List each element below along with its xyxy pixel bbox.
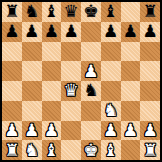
square-c8[interactable]: ♝ (42, 2, 62, 22)
black-king-icon[interactable]: ♚ (83, 2, 98, 21)
square-f5[interactable] (101, 61, 121, 81)
square-c7[interactable]: ♟ (42, 22, 62, 42)
square-h2[interactable]: ♟ (140, 121, 160, 141)
white-pawn-icon[interactable]: ♟ (143, 121, 158, 140)
square-h1[interactable]: ♜ (140, 140, 160, 160)
square-c1[interactable]: ♝ (42, 140, 62, 160)
white-pawn-icon[interactable]: ♟ (123, 121, 138, 140)
black-pawn-icon[interactable]: ♟ (64, 22, 79, 41)
square-c6[interactable] (42, 42, 62, 62)
square-b4[interactable] (22, 81, 42, 101)
square-b7[interactable]: ♟ (22, 22, 42, 42)
black-rook-icon[interactable]: ♜ (143, 2, 158, 21)
white-rook-icon[interactable]: ♜ (4, 141, 19, 160)
black-pawn-icon[interactable]: ♟ (143, 22, 158, 41)
black-bishop-icon[interactable]: ♝ (44, 2, 59, 21)
square-f8[interactable]: ♝ (101, 2, 121, 22)
square-d8[interactable]: ♛ (61, 2, 81, 22)
square-d3[interactable] (61, 101, 81, 121)
square-f1[interactable]: ♝ (101, 140, 121, 160)
black-queen-icon[interactable]: ♛ (64, 2, 79, 21)
square-b2[interactable]: ♟ (22, 121, 42, 141)
square-a5[interactable] (2, 61, 22, 81)
white-pawn-icon[interactable]: ♟ (24, 121, 39, 140)
white-pawn-icon[interactable]: ♟ (44, 121, 59, 140)
square-h8[interactable]: ♜ (140, 2, 160, 22)
square-g3[interactable] (121, 101, 141, 121)
square-e5[interactable]: ♟ (81, 61, 101, 81)
white-queen-icon[interactable]: ♛ (64, 81, 79, 100)
square-d7[interactable]: ♟ (61, 22, 81, 42)
square-h3[interactable] (140, 101, 160, 121)
square-f6[interactable] (101, 42, 121, 62)
square-f4[interactable] (101, 81, 121, 101)
square-b6[interactable] (22, 42, 42, 62)
square-e1[interactable]: ♚ (81, 140, 101, 160)
chess-board: ♜♞♝♛♚♝♜♟♟♟♟♟♟♟♟♛♞♞♟♟♟♟♟♟♜♞♝♚♝♜ (0, 0, 162, 162)
square-g6[interactable] (121, 42, 141, 62)
white-pawn-icon[interactable]: ♟ (83, 62, 98, 81)
square-a3[interactable] (2, 101, 22, 121)
square-g4[interactable] (121, 81, 141, 101)
black-knight-icon[interactable]: ♞ (24, 2, 39, 21)
square-d6[interactable] (61, 42, 81, 62)
white-king-icon[interactable]: ♚ (83, 141, 98, 160)
black-pawn-icon[interactable]: ♟ (123, 22, 138, 41)
square-h5[interactable] (140, 61, 160, 81)
square-b5[interactable] (22, 61, 42, 81)
square-c4[interactable] (42, 81, 62, 101)
square-g5[interactable] (121, 61, 141, 81)
square-e3[interactable] (81, 101, 101, 121)
square-g1[interactable] (121, 140, 141, 160)
square-b1[interactable]: ♞ (22, 140, 42, 160)
square-c2[interactable]: ♟ (42, 121, 62, 141)
black-knight-icon[interactable]: ♞ (83, 81, 98, 100)
square-e2[interactable] (81, 121, 101, 141)
square-a4[interactable] (2, 81, 22, 101)
square-d5[interactable] (61, 61, 81, 81)
square-a1[interactable]: ♜ (2, 140, 22, 160)
white-knight-icon[interactable]: ♞ (103, 101, 118, 120)
square-f7[interactable]: ♟ (101, 22, 121, 42)
black-pawn-icon[interactable]: ♟ (24, 22, 39, 41)
square-a6[interactable] (2, 42, 22, 62)
square-d4[interactable]: ♛ (61, 81, 81, 101)
black-pawn-icon[interactable]: ♟ (44, 22, 59, 41)
black-bishop-icon[interactable]: ♝ (103, 2, 118, 21)
square-g8[interactable] (121, 2, 141, 22)
square-b8[interactable]: ♞ (22, 2, 42, 22)
square-d1[interactable] (61, 140, 81, 160)
square-d2[interactable] (61, 121, 81, 141)
white-rook-icon[interactable]: ♜ (143, 141, 158, 160)
black-rook-icon[interactable]: ♜ (4, 2, 19, 21)
square-a2[interactable]: ♟ (2, 121, 22, 141)
square-e4[interactable]: ♞ (81, 81, 101, 101)
square-h4[interactable] (140, 81, 160, 101)
square-g7[interactable]: ♟ (121, 22, 141, 42)
white-bishop-icon[interactable]: ♝ (103, 141, 118, 160)
black-pawn-icon[interactable]: ♟ (4, 22, 19, 41)
square-a7[interactable]: ♟ (2, 22, 22, 42)
square-b3[interactable] (22, 101, 42, 121)
square-e8[interactable]: ♚ (81, 2, 101, 22)
square-c3[interactable] (42, 101, 62, 121)
square-h6[interactable] (140, 42, 160, 62)
square-e6[interactable] (81, 42, 101, 62)
white-bishop-icon[interactable]: ♝ (44, 141, 59, 160)
square-f2[interactable]: ♟ (101, 121, 121, 141)
white-pawn-icon[interactable]: ♟ (4, 121, 19, 140)
square-h7[interactable]: ♟ (140, 22, 160, 42)
square-e7[interactable] (81, 22, 101, 42)
square-f3[interactable]: ♞ (101, 101, 121, 121)
square-a8[interactable]: ♜ (2, 2, 22, 22)
square-c5[interactable] (42, 61, 62, 81)
black-pawn-icon[interactable]: ♟ (103, 22, 118, 41)
white-knight-icon[interactable]: ♞ (24, 141, 39, 160)
white-pawn-icon[interactable]: ♟ (103, 121, 118, 140)
square-g2[interactable]: ♟ (121, 121, 141, 141)
